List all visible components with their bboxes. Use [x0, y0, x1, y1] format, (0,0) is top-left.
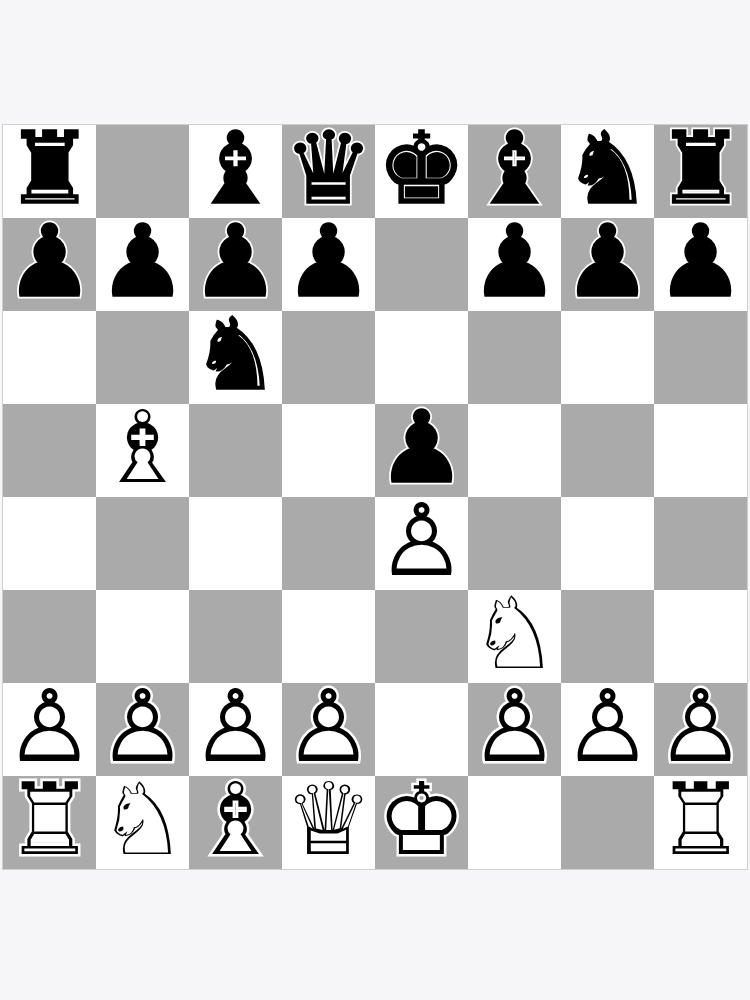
square-c4[interactable] [189, 497, 282, 590]
square-e1[interactable]: ♚♔ [375, 776, 468, 869]
piece-black-knight[interactable]: ♞♞ [189, 311, 282, 404]
piece-glyph-layer: ♘ [468, 587, 561, 680]
piece-black-bishop[interactable]: ♝♝ [189, 125, 282, 218]
piece-glyph-layer: ♟ [654, 215, 747, 308]
piece-glyph-layer: ♟ [96, 215, 189, 308]
piece-backing-layer: ♟ [189, 680, 282, 773]
square-b7[interactable]: ♟♟ [96, 218, 189, 311]
square-g2[interactable]: ♟♙ [561, 683, 654, 776]
square-d4[interactable] [282, 497, 375, 590]
square-c1[interactable]: ♝♗ [189, 776, 282, 869]
piece-white-bishop[interactable]: ♝♗ [96, 404, 189, 497]
piece-black-queen[interactable]: ♛♛ [282, 125, 375, 218]
piece-white-knight[interactable]: ♞♘ [96, 776, 189, 869]
piece-white-bishop[interactable]: ♝♗ [189, 776, 282, 869]
piece-backing-layer: ♝ [189, 122, 282, 215]
piece-glyph-layer: ♙ [561, 680, 654, 773]
piece-glyph-layer: ♙ [468, 680, 561, 773]
piece-white-pawn[interactable]: ♟♙ [96, 683, 189, 776]
piece-glyph-layer: ♙ [654, 680, 747, 773]
piece-glyph-layer: ♙ [282, 680, 375, 773]
square-c3[interactable] [189, 590, 282, 683]
square-a5[interactable] [3, 404, 96, 497]
square-g8[interactable]: ♞♞ [561, 125, 654, 218]
piece-glyph-layer: ♙ [189, 680, 282, 773]
piece-glyph-layer: ♟ [3, 215, 96, 308]
piece-backing-layer: ♝ [189, 773, 282, 866]
piece-backing-layer: ♜ [654, 122, 747, 215]
piece-backing-layer: ♟ [468, 215, 561, 308]
piece-black-pawn[interactable]: ♟♟ [375, 404, 468, 497]
piece-white-king[interactable]: ♚♔ [375, 776, 468, 869]
piece-backing-layer: ♝ [96, 401, 189, 494]
piece-white-pawn[interactable]: ♟♙ [375, 497, 468, 590]
piece-white-rook[interactable]: ♜♖ [3, 776, 96, 869]
piece-glyph-layer: ♙ [375, 494, 468, 587]
piece-backing-layer: ♜ [3, 773, 96, 866]
piece-glyph-layer: ♟ [282, 215, 375, 308]
square-f8[interactable]: ♝♝ [468, 125, 561, 218]
square-g3[interactable] [561, 590, 654, 683]
piece-glyph-layer: ♞ [189, 308, 282, 401]
piece-glyph-layer: ♟ [189, 215, 282, 308]
square-d5[interactable] [282, 404, 375, 497]
square-d2[interactable]: ♟♙ [282, 683, 375, 776]
piece-backing-layer: ♟ [375, 401, 468, 494]
square-d3[interactable] [282, 590, 375, 683]
square-b4[interactable] [96, 497, 189, 590]
square-f1[interactable] [468, 776, 561, 869]
piece-backing-layer: ♚ [375, 122, 468, 215]
piece-backing-layer: ♟ [561, 680, 654, 773]
square-c6[interactable]: ♞♞ [189, 311, 282, 404]
piece-backing-layer: ♟ [561, 215, 654, 308]
piece-backing-layer: ♞ [189, 308, 282, 401]
piece-backing-layer: ♟ [3, 680, 96, 773]
square-g1[interactable] [561, 776, 654, 869]
piece-backing-layer: ♛ [282, 122, 375, 215]
piece-white-rook[interactable]: ♜♖ [654, 776, 747, 869]
piece-white-pawn[interactable]: ♟♙ [3, 683, 96, 776]
square-f7[interactable]: ♟♟ [468, 218, 561, 311]
piece-white-queen[interactable]: ♛♕ [282, 776, 375, 869]
piece-glyph-layer: ♝ [468, 122, 561, 215]
page-background: { "game": "chess", "position": { "fen": … [0, 0, 750, 1000]
piece-backing-layer: ♞ [561, 122, 654, 215]
square-d6[interactable] [282, 311, 375, 404]
piece-backing-layer: ♝ [468, 122, 561, 215]
piece-glyph-layer: ♝ [189, 122, 282, 215]
piece-black-pawn[interactable]: ♟♟ [468, 218, 561, 311]
piece-backing-layer: ♟ [96, 215, 189, 308]
square-e2[interactable] [375, 683, 468, 776]
square-f3[interactable]: ♞♘ [468, 590, 561, 683]
square-f6[interactable] [468, 311, 561, 404]
square-a4[interactable] [3, 497, 96, 590]
piece-black-bishop[interactable]: ♝♝ [468, 125, 561, 218]
square-c5[interactable] [189, 404, 282, 497]
piece-glyph-layer: ♙ [3, 680, 96, 773]
piece-backing-layer: ♛ [282, 773, 375, 866]
square-h6[interactable] [654, 311, 747, 404]
piece-glyph-layer: ♗ [96, 401, 189, 494]
square-c2[interactable]: ♟♙ [189, 683, 282, 776]
square-a7[interactable]: ♟♟ [3, 218, 96, 311]
square-b1[interactable]: ♞♘ [96, 776, 189, 869]
piece-glyph-layer: ♛ [282, 122, 375, 215]
square-g7[interactable]: ♟♟ [561, 218, 654, 311]
piece-backing-layer: ♟ [468, 680, 561, 773]
piece-glyph-layer: ♟ [375, 401, 468, 494]
square-f4[interactable] [468, 497, 561, 590]
square-e3[interactable] [375, 590, 468, 683]
piece-glyph-layer: ♞ [561, 122, 654, 215]
piece-black-pawn[interactable]: ♟♟ [561, 218, 654, 311]
square-g6[interactable] [561, 311, 654, 404]
square-d8[interactable]: ♛♛ [282, 125, 375, 218]
piece-glyph-layer: ♚ [375, 122, 468, 215]
piece-backing-layer: ♟ [282, 215, 375, 308]
square-e5[interactable]: ♟♟ [375, 404, 468, 497]
piece-black-pawn[interactable]: ♟♟ [96, 218, 189, 311]
square-c7[interactable]: ♟♟ [189, 218, 282, 311]
square-a3[interactable] [3, 590, 96, 683]
piece-glyph-layer: ♖ [3, 773, 96, 866]
square-h2[interactable]: ♟♙ [654, 683, 747, 776]
square-b3[interactable] [96, 590, 189, 683]
square-h3[interactable] [654, 590, 747, 683]
square-h7[interactable]: ♟♟ [654, 218, 747, 311]
piece-backing-layer: ♟ [375, 494, 468, 587]
square-e8[interactable]: ♚♚ [375, 125, 468, 218]
piece-glyph-layer: ♟ [561, 215, 654, 308]
square-c8[interactable]: ♝♝ [189, 125, 282, 218]
piece-white-pawn[interactable]: ♟♙ [561, 683, 654, 776]
piece-backing-layer: ♜ [3, 122, 96, 215]
piece-white-pawn[interactable]: ♟♙ [189, 683, 282, 776]
piece-black-rook[interactable]: ♜♜ [654, 125, 747, 218]
piece-backing-layer: ♚ [375, 773, 468, 866]
square-b5[interactable]: ♝♗ [96, 404, 189, 497]
piece-glyph-layer: ♕ [282, 773, 375, 866]
square-a6[interactable] [3, 311, 96, 404]
piece-black-pawn[interactable]: ♟♟ [189, 218, 282, 311]
square-b8[interactable] [96, 125, 189, 218]
piece-glyph-layer: ♗ [189, 773, 282, 866]
piece-white-pawn[interactable]: ♟♙ [468, 683, 561, 776]
piece-backing-layer: ♟ [282, 680, 375, 773]
piece-backing-layer: ♟ [654, 680, 747, 773]
piece-glyph-layer: ♙ [96, 680, 189, 773]
piece-white-knight[interactable]: ♞♘ [468, 590, 561, 683]
piece-glyph-layer: ♘ [96, 773, 189, 866]
piece-backing-layer: ♟ [654, 215, 747, 308]
square-b6[interactable] [96, 311, 189, 404]
square-b2[interactable]: ♟♙ [96, 683, 189, 776]
square-a8[interactable]: ♜♜ [3, 125, 96, 218]
piece-glyph-layer: ♟ [468, 215, 561, 308]
piece-backing-layer: ♟ [3, 215, 96, 308]
piece-black-knight[interactable]: ♞♞ [561, 125, 654, 218]
square-d7[interactable]: ♟♟ [282, 218, 375, 311]
square-h1[interactable]: ♜♖ [654, 776, 747, 869]
square-g5[interactable] [561, 404, 654, 497]
square-f5[interactable] [468, 404, 561, 497]
piece-glyph-layer: ♜ [3, 122, 96, 215]
chess-board: ♜♜♝♝♛♛♚♚♝♝♞♞♜♜♟♟♟♟♟♟♟♟♟♟♟♟♟♟♞♞♝♗♟♟♟♙♞♘♟♙… [3, 125, 747, 869]
piece-black-pawn[interactable]: ♟♟ [3, 218, 96, 311]
square-e4[interactable]: ♟♙ [375, 497, 468, 590]
square-e6[interactable] [375, 311, 468, 404]
square-d1[interactable]: ♛♕ [282, 776, 375, 869]
square-a2[interactable]: ♟♙ [3, 683, 96, 776]
piece-black-king[interactable]: ♚♚ [375, 125, 468, 218]
square-h4[interactable] [654, 497, 747, 590]
square-f2[interactable]: ♟♙ [468, 683, 561, 776]
piece-backing-layer: ♞ [468, 587, 561, 680]
square-g4[interactable] [561, 497, 654, 590]
piece-backing-layer: ♞ [96, 773, 189, 866]
square-e7[interactable] [375, 218, 468, 311]
piece-glyph-layer: ♔ [375, 773, 468, 866]
piece-backing-layer: ♜ [654, 773, 747, 866]
chess-board-frame: ♜♜♝♝♛♛♚♚♝♝♞♞♜♜♟♟♟♟♟♟♟♟♟♟♟♟♟♟♞♞♝♗♟♟♟♙♞♘♟♙… [2, 124, 748, 870]
piece-white-pawn[interactable]: ♟♙ [282, 683, 375, 776]
piece-black-rook[interactable]: ♜♜ [3, 125, 96, 218]
square-h5[interactable] [654, 404, 747, 497]
square-a1[interactable]: ♜♖ [3, 776, 96, 869]
piece-backing-layer: ♟ [96, 680, 189, 773]
piece-white-pawn[interactable]: ♟♙ [654, 683, 747, 776]
piece-black-pawn[interactable]: ♟♟ [282, 218, 375, 311]
piece-backing-layer: ♟ [189, 215, 282, 308]
piece-black-pawn[interactable]: ♟♟ [654, 218, 747, 311]
square-h8[interactable]: ♜♜ [654, 125, 747, 218]
piece-glyph-layer: ♖ [654, 773, 747, 866]
piece-glyph-layer: ♜ [654, 122, 747, 215]
